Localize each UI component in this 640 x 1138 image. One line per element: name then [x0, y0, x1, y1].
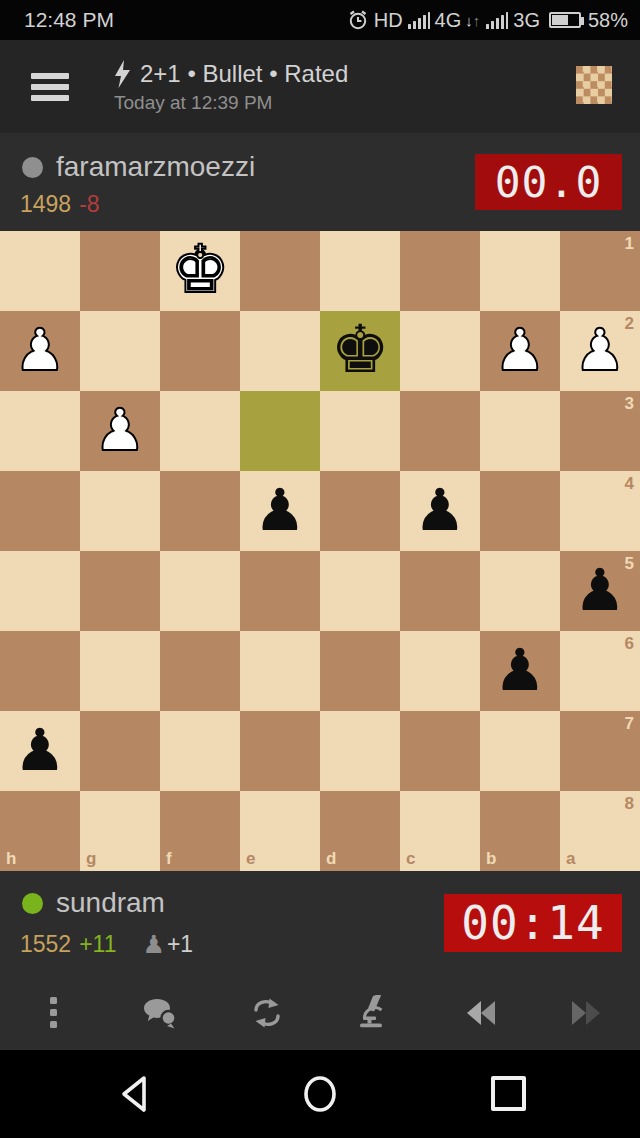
square-a7[interactable]: 7: [560, 711, 640, 791]
square-g3[interactable]: ♟: [80, 391, 160, 471]
square-g1[interactable]: [80, 231, 160, 311]
square-b6[interactable]: ♟: [480, 631, 560, 711]
square-e6[interactable]: [240, 631, 320, 711]
app-header: 2+1 • Bullet • Rated Today at 12:39 PM: [0, 40, 640, 133]
game-toolbar: [0, 975, 640, 1050]
square-f1[interactable]: ♚: [160, 231, 240, 311]
board-thumbnail-icon[interactable]: [576, 66, 612, 104]
square-c5[interactable]: [400, 551, 480, 631]
file-label-e: e: [246, 849, 255, 869]
menu-hamburger-button[interactable]: [31, 73, 69, 101]
square-b4[interactable]: [480, 471, 560, 551]
square-f3[interactable]: [160, 391, 240, 471]
rank-label-3: 3: [625, 394, 634, 414]
chess-board: ♚1♟♚♟2♟♟3♟♟45♟♟6♟7hgfedcb8a: [0, 231, 640, 871]
player-bottom-name[interactable]: sundram: [56, 887, 165, 919]
player-bar-top: faramarzmoezzi 1498 -8 00.0: [0, 133, 640, 231]
game-date: Today at 12:39 PM: [114, 91, 348, 115]
square-h6[interactable]: [0, 631, 80, 711]
square-h7[interactable]: ♟: [0, 711, 80, 791]
microscope-icon: [355, 995, 391, 1031]
square-d6[interactable]: [320, 631, 400, 711]
square-h1[interactable]: [0, 231, 80, 311]
square-a4[interactable]: 4: [560, 471, 640, 551]
hd-indicator: HD: [374, 9, 403, 32]
nav-back-button[interactable]: [117, 1074, 153, 1114]
player-bottom-clock: 00:14: [444, 894, 622, 952]
square-d5[interactable]: [320, 551, 400, 631]
square-a3[interactable]: 3: [560, 391, 640, 471]
square-g7[interactable]: [80, 711, 160, 791]
square-f7[interactable]: [160, 711, 240, 791]
piece-black-pawn-c4[interactable]: ♟: [400, 471, 480, 551]
analysis-button[interactable]: [320, 975, 427, 1050]
square-g8[interactable]: g: [80, 791, 160, 871]
file-label-g: g: [86, 849, 96, 869]
player-top-clock: 00.0: [475, 154, 622, 210]
square-h2[interactable]: ♟: [0, 311, 80, 391]
file-label-d: d: [326, 849, 336, 869]
flip-board-button[interactable]: [213, 975, 320, 1050]
rank-label-5: 5: [625, 554, 634, 574]
material-advantage: ♟ +1: [142, 931, 193, 958]
square-c7[interactable]: [400, 711, 480, 791]
rank-label-6: 6: [625, 634, 634, 654]
network-type-1: 4G: [435, 9, 462, 32]
player-bar-bottom: sundram 1552 +11 ♟ +1 00:14: [0, 871, 640, 975]
piece-black-pawn-e4[interactable]: ♟: [240, 471, 320, 551]
square-d4[interactable]: [320, 471, 400, 551]
menu-kebab-button[interactable]: [0, 975, 107, 1050]
square-a5[interactable]: 5♟: [560, 551, 640, 631]
square-a8[interactable]: 8a: [560, 791, 640, 871]
player-status-dot: [22, 157, 43, 178]
bullet-bolt-icon: [114, 60, 132, 88]
rank-label-4: 4: [625, 474, 634, 494]
square-f8[interactable]: f: [160, 791, 240, 871]
nav-home-button[interactable]: [302, 1074, 338, 1114]
square-f4[interactable]: [160, 471, 240, 551]
square-e3[interactable]: [240, 391, 320, 471]
chat-button[interactable]: [107, 975, 214, 1050]
step-backward-button[interactable]: [427, 975, 534, 1050]
square-f6[interactable]: [160, 631, 240, 711]
data-arrows-icon: ↓↑: [465, 13, 480, 28]
piece-white-king-f1[interactable]: ♚: [160, 231, 240, 311]
signal-bars-icon-1: [408, 12, 430, 29]
square-a6[interactable]: 6: [560, 631, 640, 711]
piece-white-pawn-h2[interactable]: ♟: [0, 311, 80, 391]
square-b7[interactable]: [480, 711, 560, 791]
piece-black-king-d2[interactable]: ♚: [320, 311, 400, 391]
piece-black-pawn-h7[interactable]: ♟: [0, 711, 80, 791]
square-c1[interactable]: [400, 231, 480, 311]
square-g4[interactable]: [80, 471, 160, 551]
square-b1[interactable]: [480, 231, 560, 311]
square-h5[interactable]: [0, 551, 80, 631]
game-title: 2+1 • Bullet • Rated: [140, 59, 348, 89]
status-time: 12:48 PM: [24, 8, 114, 32]
file-label-c: c: [406, 849, 415, 869]
square-e7[interactable]: [240, 711, 320, 791]
square-e1[interactable]: [240, 231, 320, 311]
flip-board-icon: [249, 995, 285, 1031]
square-e4[interactable]: ♟: [240, 471, 320, 551]
square-b8[interactable]: b: [480, 791, 560, 871]
square-b2[interactable]: ♟: [480, 311, 560, 391]
player-top-rating: 1498: [20, 191, 71, 218]
file-label-h: h: [6, 849, 16, 869]
kebab-icon: [50, 997, 57, 1028]
android-nav-bar: [0, 1050, 640, 1138]
rank-label-7: 7: [625, 714, 634, 734]
square-g6[interactable]: [80, 631, 160, 711]
square-g2[interactable]: [80, 311, 160, 391]
square-f5[interactable]: [160, 551, 240, 631]
square-h3[interactable]: [0, 391, 80, 471]
battery-icon: [549, 12, 581, 28]
recents-square-icon: [491, 1076, 526, 1111]
piece-white-pawn-b2[interactable]: ♟: [480, 311, 560, 391]
signal-bars-icon-2: [486, 12, 508, 29]
square-g5[interactable]: [80, 551, 160, 631]
alarm-icon: [347, 9, 369, 31]
lichess-game-screen: 12:48 PM HD 4G ↓↑ 3G 58% 2+1: [0, 0, 640, 1138]
player-bottom-rating: 1552: [20, 931, 71, 958]
square-h8[interactable]: h: [0, 791, 80, 871]
player-top-rating-delta: -8: [79, 191, 99, 218]
square-h4[interactable]: [0, 471, 80, 551]
rank-label-1: 1: [625, 234, 634, 254]
square-e8[interactable]: e: [240, 791, 320, 871]
player-top-name[interactable]: faramarzmoezzi: [56, 151, 255, 183]
square-c4[interactable]: ♟: [400, 471, 480, 551]
nav-recents-button[interactable]: [491, 1074, 526, 1111]
battery-percent: 58%: [588, 9, 628, 32]
fast-forward-icon: [569, 998, 605, 1028]
file-label-a: a: [566, 849, 575, 869]
rank-label-2: 2: [625, 314, 634, 334]
android-status-bar: 12:48 PM HD 4G ↓↑ 3G 58%: [0, 0, 640, 40]
square-c6[interactable]: [400, 631, 480, 711]
rewind-icon: [462, 998, 498, 1028]
piece-white-pawn-g3[interactable]: ♟: [80, 391, 160, 471]
network-type-2: 3G: [513, 9, 540, 32]
square-a2[interactable]: 2♟: [560, 311, 640, 391]
square-b3[interactable]: [480, 391, 560, 471]
square-a1[interactable]: 1: [560, 231, 640, 311]
chat-icon: [141, 997, 179, 1029]
square-d7[interactable]: [320, 711, 400, 791]
square-c3[interactable]: [400, 391, 480, 471]
square-f2[interactable]: [160, 311, 240, 391]
square-d8[interactable]: d: [320, 791, 400, 871]
player-bottom-rating-delta: +11: [79, 931, 116, 958]
rank-label-8: 8: [625, 794, 634, 814]
square-c2[interactable]: [400, 311, 480, 391]
square-e2[interactable]: [240, 311, 320, 391]
piece-black-pawn-b6[interactable]: ♟: [480, 631, 560, 711]
square-e5[interactable]: [240, 551, 320, 631]
player-online-dot: [22, 893, 43, 914]
square-d3[interactable]: [320, 391, 400, 471]
square-d2[interactable]: ♚: [320, 311, 400, 391]
file-label-f: f: [166, 849, 172, 869]
file-label-b: b: [486, 849, 496, 869]
square-c8[interactable]: c: [400, 791, 480, 871]
pawn-icon: ♟: [142, 932, 164, 957]
square-d1[interactable]: [320, 231, 400, 311]
step-forward-button[interactable]: [533, 975, 640, 1050]
square-b5[interactable]: [480, 551, 560, 631]
